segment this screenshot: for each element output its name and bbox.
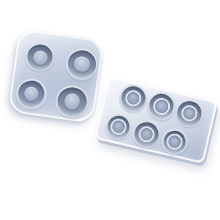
ring-channel	[146, 91, 176, 121]
center-dome	[73, 55, 90, 72]
center-dome	[32, 49, 48, 65]
ring-channel	[175, 99, 203, 127]
ring-channel	[161, 128, 188, 155]
center-dome	[154, 98, 170, 114]
ring-cavity	[64, 46, 100, 82]
ring-cavity	[130, 117, 164, 151]
rect-ring-mold-6-cavity	[94, 76, 218, 164]
center-dome	[63, 92, 81, 110]
ring-cavity	[144, 88, 179, 123]
center-dome	[139, 127, 154, 142]
ring-channel	[16, 79, 46, 109]
ring-channel	[119, 84, 148, 113]
product-photo-scene	[0, 0, 220, 220]
ring-channel	[105, 113, 132, 140]
center-dome	[112, 120, 126, 134]
center-dome	[182, 106, 197, 121]
ring-cavity	[103, 111, 134, 142]
center-dome	[168, 135, 182, 149]
ring-cavity	[159, 126, 190, 157]
center-dome	[23, 85, 40, 102]
ring-cavity	[53, 83, 90, 120]
ring-cavity	[24, 41, 57, 74]
ring-cavity	[14, 76, 49, 111]
ring-channel	[66, 48, 97, 79]
ring-cavity	[173, 97, 205, 129]
square-ring-mold-4-cavity	[8, 28, 105, 123]
center-dome	[126, 91, 141, 106]
ring-channel	[132, 120, 161, 149]
ring-channel	[56, 85, 88, 117]
ring-channel	[26, 43, 54, 71]
ring-cavity	[117, 82, 151, 116]
